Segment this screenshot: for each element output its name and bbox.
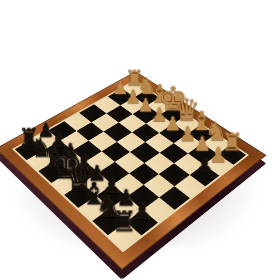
chess-board: ♜♞♝♚♛♝♞♜♟♟♟♟♟♟♟♟♟♟♟♟♟♟♟♟♟♜♞♝♚♛♝♞♜ <box>0 71 267 270</box>
scene: ♜♞♝♚♛♝♞♜♟♟♟♟♟♟♟♟♟♟♟♟♟♟♟♟♟♜♞♝♚♛♝♞♜ <box>0 0 280 280</box>
white-pawn: ♟ <box>173 102 202 143</box>
white-pawn: ♟ <box>132 75 160 114</box>
white-pawn: ♟ <box>107 59 134 96</box>
white-knight: ♞ <box>133 60 160 98</box>
white-bishop: ♝ <box>187 93 216 134</box>
chess-set-photo: ♜♞♝♚♛♝♞♜♟♟♟♟♟♟♟♟♟♟♟♟♟♟♟♟♟♜♞♝♚♛♝♞♜ <box>0 0 280 280</box>
white-pawn: ♟ <box>159 93 188 133</box>
white-pawn: ♟ <box>203 122 234 165</box>
white-rook: ♜ <box>121 52 147 89</box>
black-pawn: ♟ <box>31 99 60 140</box>
black-queen: ♛ <box>64 150 97 196</box>
black-bishop: ♝ <box>77 161 110 208</box>
white-bishop: ♝ <box>146 68 173 106</box>
pieces-layer: ♜♞♝♚♛♝♞♜♟♟♟♟♟♟♟♟♟♟♟♟♟♟♟♟♟♜♞♝♚♛♝♞♜ <box>0 71 267 270</box>
black-knight: ♞ <box>92 174 126 222</box>
white-king: ♚ <box>159 76 187 115</box>
white-queen: ♛ <box>173 85 201 125</box>
white-rook: ♜ <box>217 112 247 154</box>
white-pawn: ♟ <box>120 67 147 105</box>
